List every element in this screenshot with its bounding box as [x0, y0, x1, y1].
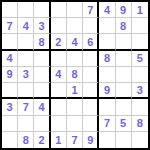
- cell-r5c9[interactable]: [132, 67, 148, 83]
- cell-r7c5[interactable]: [67, 99, 83, 115]
- cell-r8c6[interactable]: [83, 116, 99, 132]
- cell-r9c7[interactable]: [99, 132, 115, 148]
- cell-r1c8[interactable]: 9: [116, 2, 132, 18]
- cell-r9c5[interactable]: 7: [67, 132, 83, 148]
- cell-r2c7[interactable]: [99, 18, 115, 34]
- cell-r6c2[interactable]: [18, 83, 34, 99]
- cell-r5c1[interactable]: 9: [2, 67, 18, 83]
- cell-r5c8[interactable]: [116, 67, 132, 83]
- cell-r6c8[interactable]: [116, 83, 132, 99]
- cell-r3c8[interactable]: [116, 34, 132, 50]
- cell-r7c6[interactable]: [83, 99, 99, 115]
- cell-r9c4[interactable]: 1: [51, 132, 67, 148]
- cell-r2c9[interactable]: [132, 18, 148, 34]
- cell-r7c7[interactable]: [99, 99, 115, 115]
- cell-r2c1[interactable]: 7: [2, 18, 18, 34]
- cell-r7c1[interactable]: 3: [2, 99, 18, 115]
- cell-r3c6[interactable]: 6: [83, 34, 99, 50]
- sudoku-board: 749174388246485934819337475882179: [0, 0, 150, 150]
- cell-r7c2[interactable]: 7: [18, 99, 34, 115]
- cell-r1c5[interactable]: [67, 2, 83, 18]
- cell-r7c8[interactable]: [116, 99, 132, 115]
- cell-r8c8[interactable]: 5: [116, 116, 132, 132]
- cell-r6c7[interactable]: 9: [99, 83, 115, 99]
- cell-r1c7[interactable]: 4: [99, 2, 115, 18]
- cell-r9c6[interactable]: 9: [83, 132, 99, 148]
- cell-r2c2[interactable]: 4: [18, 18, 34, 34]
- cell-r6c3[interactable]: [34, 83, 50, 99]
- cell-r7c3[interactable]: 4: [34, 99, 50, 115]
- cell-r2c8[interactable]: 8: [116, 18, 132, 34]
- cell-r9c9[interactable]: [132, 132, 148, 148]
- cell-r8c3[interactable]: [34, 116, 50, 132]
- cell-r4c8[interactable]: [116, 51, 132, 67]
- cell-r9c2[interactable]: 8: [18, 132, 34, 148]
- cell-r8c1[interactable]: [2, 116, 18, 132]
- cell-r8c7[interactable]: 7: [99, 116, 115, 132]
- cell-r9c1[interactable]: [2, 132, 18, 148]
- cell-r4c1[interactable]: 4: [2, 51, 18, 67]
- cell-r7c9[interactable]: [132, 99, 148, 115]
- cell-r6c1[interactable]: [2, 83, 18, 99]
- cell-r4c6[interactable]: [83, 51, 99, 67]
- cell-r4c4[interactable]: [51, 51, 67, 67]
- cell-r2c4[interactable]: [51, 18, 67, 34]
- cell-r1c3[interactable]: [34, 2, 50, 18]
- cell-r6c4[interactable]: [51, 83, 67, 99]
- cell-r4c5[interactable]: [67, 51, 83, 67]
- cell-r4c9[interactable]: 5: [132, 51, 148, 67]
- cell-r3c9[interactable]: [132, 34, 148, 50]
- cell-r5c2[interactable]: 3: [18, 67, 34, 83]
- cell-r1c9[interactable]: 1: [132, 2, 148, 18]
- cell-r6c9[interactable]: 3: [132, 83, 148, 99]
- cell-r4c2[interactable]: [18, 51, 34, 67]
- cell-r3c4[interactable]: 2: [51, 34, 67, 50]
- cell-r9c8[interactable]: [116, 132, 132, 148]
- cell-r3c7[interactable]: [99, 34, 115, 50]
- cell-r4c7[interactable]: 8: [99, 51, 115, 67]
- cell-r6c6[interactable]: [83, 83, 99, 99]
- cell-r3c5[interactable]: 4: [67, 34, 83, 50]
- cell-r3c3[interactable]: 8: [34, 34, 50, 50]
- cell-r1c1[interactable]: [2, 2, 18, 18]
- cell-r8c9[interactable]: 8: [132, 116, 148, 132]
- cell-r4c3[interactable]: [34, 51, 50, 67]
- cell-r8c5[interactable]: [67, 116, 83, 132]
- cell-r2c3[interactable]: 3: [34, 18, 50, 34]
- cell-r2c5[interactable]: [67, 18, 83, 34]
- cell-r6c5[interactable]: 1: [67, 83, 83, 99]
- cell-r8c4[interactable]: [51, 116, 67, 132]
- cell-r5c7[interactable]: [99, 67, 115, 83]
- cell-r5c6[interactable]: [83, 67, 99, 83]
- cell-r2c6[interactable]: [83, 18, 99, 34]
- cell-r3c1[interactable]: [2, 34, 18, 50]
- cell-r1c2[interactable]: [18, 2, 34, 18]
- cell-r9c3[interactable]: 2: [34, 132, 50, 148]
- cell-r1c6[interactable]: 7: [83, 2, 99, 18]
- cell-r1c4[interactable]: [51, 2, 67, 18]
- cell-r5c4[interactable]: 4: [51, 67, 67, 83]
- cell-r8c2[interactable]: [18, 116, 34, 132]
- cell-r7c4[interactable]: [51, 99, 67, 115]
- cell-r5c5[interactable]: 8: [67, 67, 83, 83]
- cell-r3c2[interactable]: [18, 34, 34, 50]
- cell-r5c3[interactable]: [34, 67, 50, 83]
